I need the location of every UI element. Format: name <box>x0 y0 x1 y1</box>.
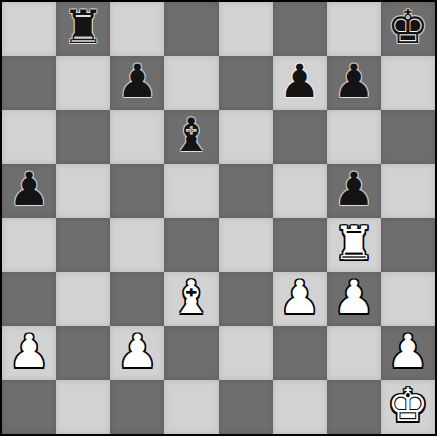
square-h4[interactable] <box>381 218 435 272</box>
black-rook-b8[interactable]: ♜ <box>63 4 104 50</box>
square-d3[interactable]: ♝ <box>164 272 218 326</box>
square-h2[interactable]: ♟ <box>381 326 435 380</box>
square-a6[interactable] <box>2 110 56 164</box>
square-f7[interactable]: ♟ <box>273 56 327 110</box>
square-g2[interactable] <box>327 326 381 380</box>
square-e4[interactable] <box>219 218 273 272</box>
square-e8[interactable] <box>219 2 273 56</box>
square-d8[interactable] <box>164 2 218 56</box>
square-h3[interactable] <box>381 272 435 326</box>
square-c3[interactable] <box>110 272 164 326</box>
white-pawn-h2[interactable]: ♟ <box>387 328 428 374</box>
white-pawn-g3[interactable]: ♟ <box>333 274 374 320</box>
square-e1[interactable] <box>219 380 273 434</box>
square-a1[interactable] <box>2 380 56 434</box>
square-b2[interactable] <box>56 326 110 380</box>
square-d4[interactable] <box>164 218 218 272</box>
square-a2[interactable]: ♟ <box>2 326 56 380</box>
square-c4[interactable] <box>110 218 164 272</box>
square-h1[interactable]: ♚ <box>381 380 435 434</box>
square-a5[interactable]: ♟ <box>2 164 56 218</box>
square-c8[interactable] <box>110 2 164 56</box>
black-pawn-g5[interactable]: ♟ <box>333 166 374 212</box>
square-g6[interactable] <box>327 110 381 164</box>
square-g4[interactable]: ♜ <box>327 218 381 272</box>
square-d5[interactable] <box>164 164 218 218</box>
square-h6[interactable] <box>381 110 435 164</box>
square-e3[interactable] <box>219 272 273 326</box>
square-e2[interactable] <box>219 326 273 380</box>
square-f6[interactable] <box>273 110 327 164</box>
black-bishop-d6[interactable]: ♝ <box>171 112 212 158</box>
white-king-h1[interactable]: ♚ <box>387 382 428 428</box>
square-f1[interactable] <box>273 380 327 434</box>
square-a8[interactable] <box>2 2 56 56</box>
square-d1[interactable] <box>164 380 218 434</box>
black-pawn-c7[interactable]: ♟ <box>117 58 158 104</box>
square-b5[interactable] <box>56 164 110 218</box>
black-pawn-g7[interactable]: ♟ <box>333 58 374 104</box>
white-bishop-d3[interactable]: ♝ <box>171 274 212 320</box>
square-g1[interactable] <box>327 380 381 434</box>
square-f4[interactable] <box>273 218 327 272</box>
square-a4[interactable] <box>2 218 56 272</box>
square-c6[interactable] <box>110 110 164 164</box>
square-d6[interactable]: ♝ <box>164 110 218 164</box>
square-g8[interactable] <box>327 2 381 56</box>
square-c2[interactable]: ♟ <box>110 326 164 380</box>
square-b7[interactable] <box>56 56 110 110</box>
square-h5[interactable] <box>381 164 435 218</box>
square-b1[interactable] <box>56 380 110 434</box>
white-rook-g4[interactable]: ♜ <box>333 220 374 266</box>
square-b4[interactable] <box>56 218 110 272</box>
square-d7[interactable] <box>164 56 218 110</box>
square-e6[interactable] <box>219 110 273 164</box>
square-g3[interactable]: ♟ <box>327 272 381 326</box>
square-g5[interactable]: ♟ <box>327 164 381 218</box>
square-d2[interactable] <box>164 326 218 380</box>
square-c1[interactable] <box>110 380 164 434</box>
black-pawn-a5[interactable]: ♟ <box>8 166 49 212</box>
white-pawn-c2[interactable]: ♟ <box>117 328 158 374</box>
square-h8[interactable]: ♚ <box>381 2 435 56</box>
square-f8[interactable] <box>273 2 327 56</box>
square-b6[interactable] <box>56 110 110 164</box>
square-e7[interactable] <box>219 56 273 110</box>
square-a7[interactable] <box>2 56 56 110</box>
chess-board: ♜♚♟♟♟♝♟♟♜♝♟♟♟♟♟♚ <box>0 0 437 436</box>
square-f5[interactable] <box>273 164 327 218</box>
square-b8[interactable]: ♜ <box>56 2 110 56</box>
black-king-h8[interactable]: ♚ <box>387 4 428 50</box>
chess-diagram: ♜♚♟♟♟♝♟♟♜♝♟♟♟♟♟♚ <box>0 0 437 436</box>
square-f2[interactable] <box>273 326 327 380</box>
square-c5[interactable] <box>110 164 164 218</box>
square-h7[interactable] <box>381 56 435 110</box>
black-pawn-f7[interactable]: ♟ <box>279 58 320 104</box>
square-f3[interactable]: ♟ <box>273 272 327 326</box>
square-b3[interactable] <box>56 272 110 326</box>
square-e5[interactable] <box>219 164 273 218</box>
square-g7[interactable]: ♟ <box>327 56 381 110</box>
square-c7[interactable]: ♟ <box>110 56 164 110</box>
white-pawn-a2[interactable]: ♟ <box>8 328 49 374</box>
white-pawn-f3[interactable]: ♟ <box>279 274 320 320</box>
square-a3[interactable] <box>2 272 56 326</box>
